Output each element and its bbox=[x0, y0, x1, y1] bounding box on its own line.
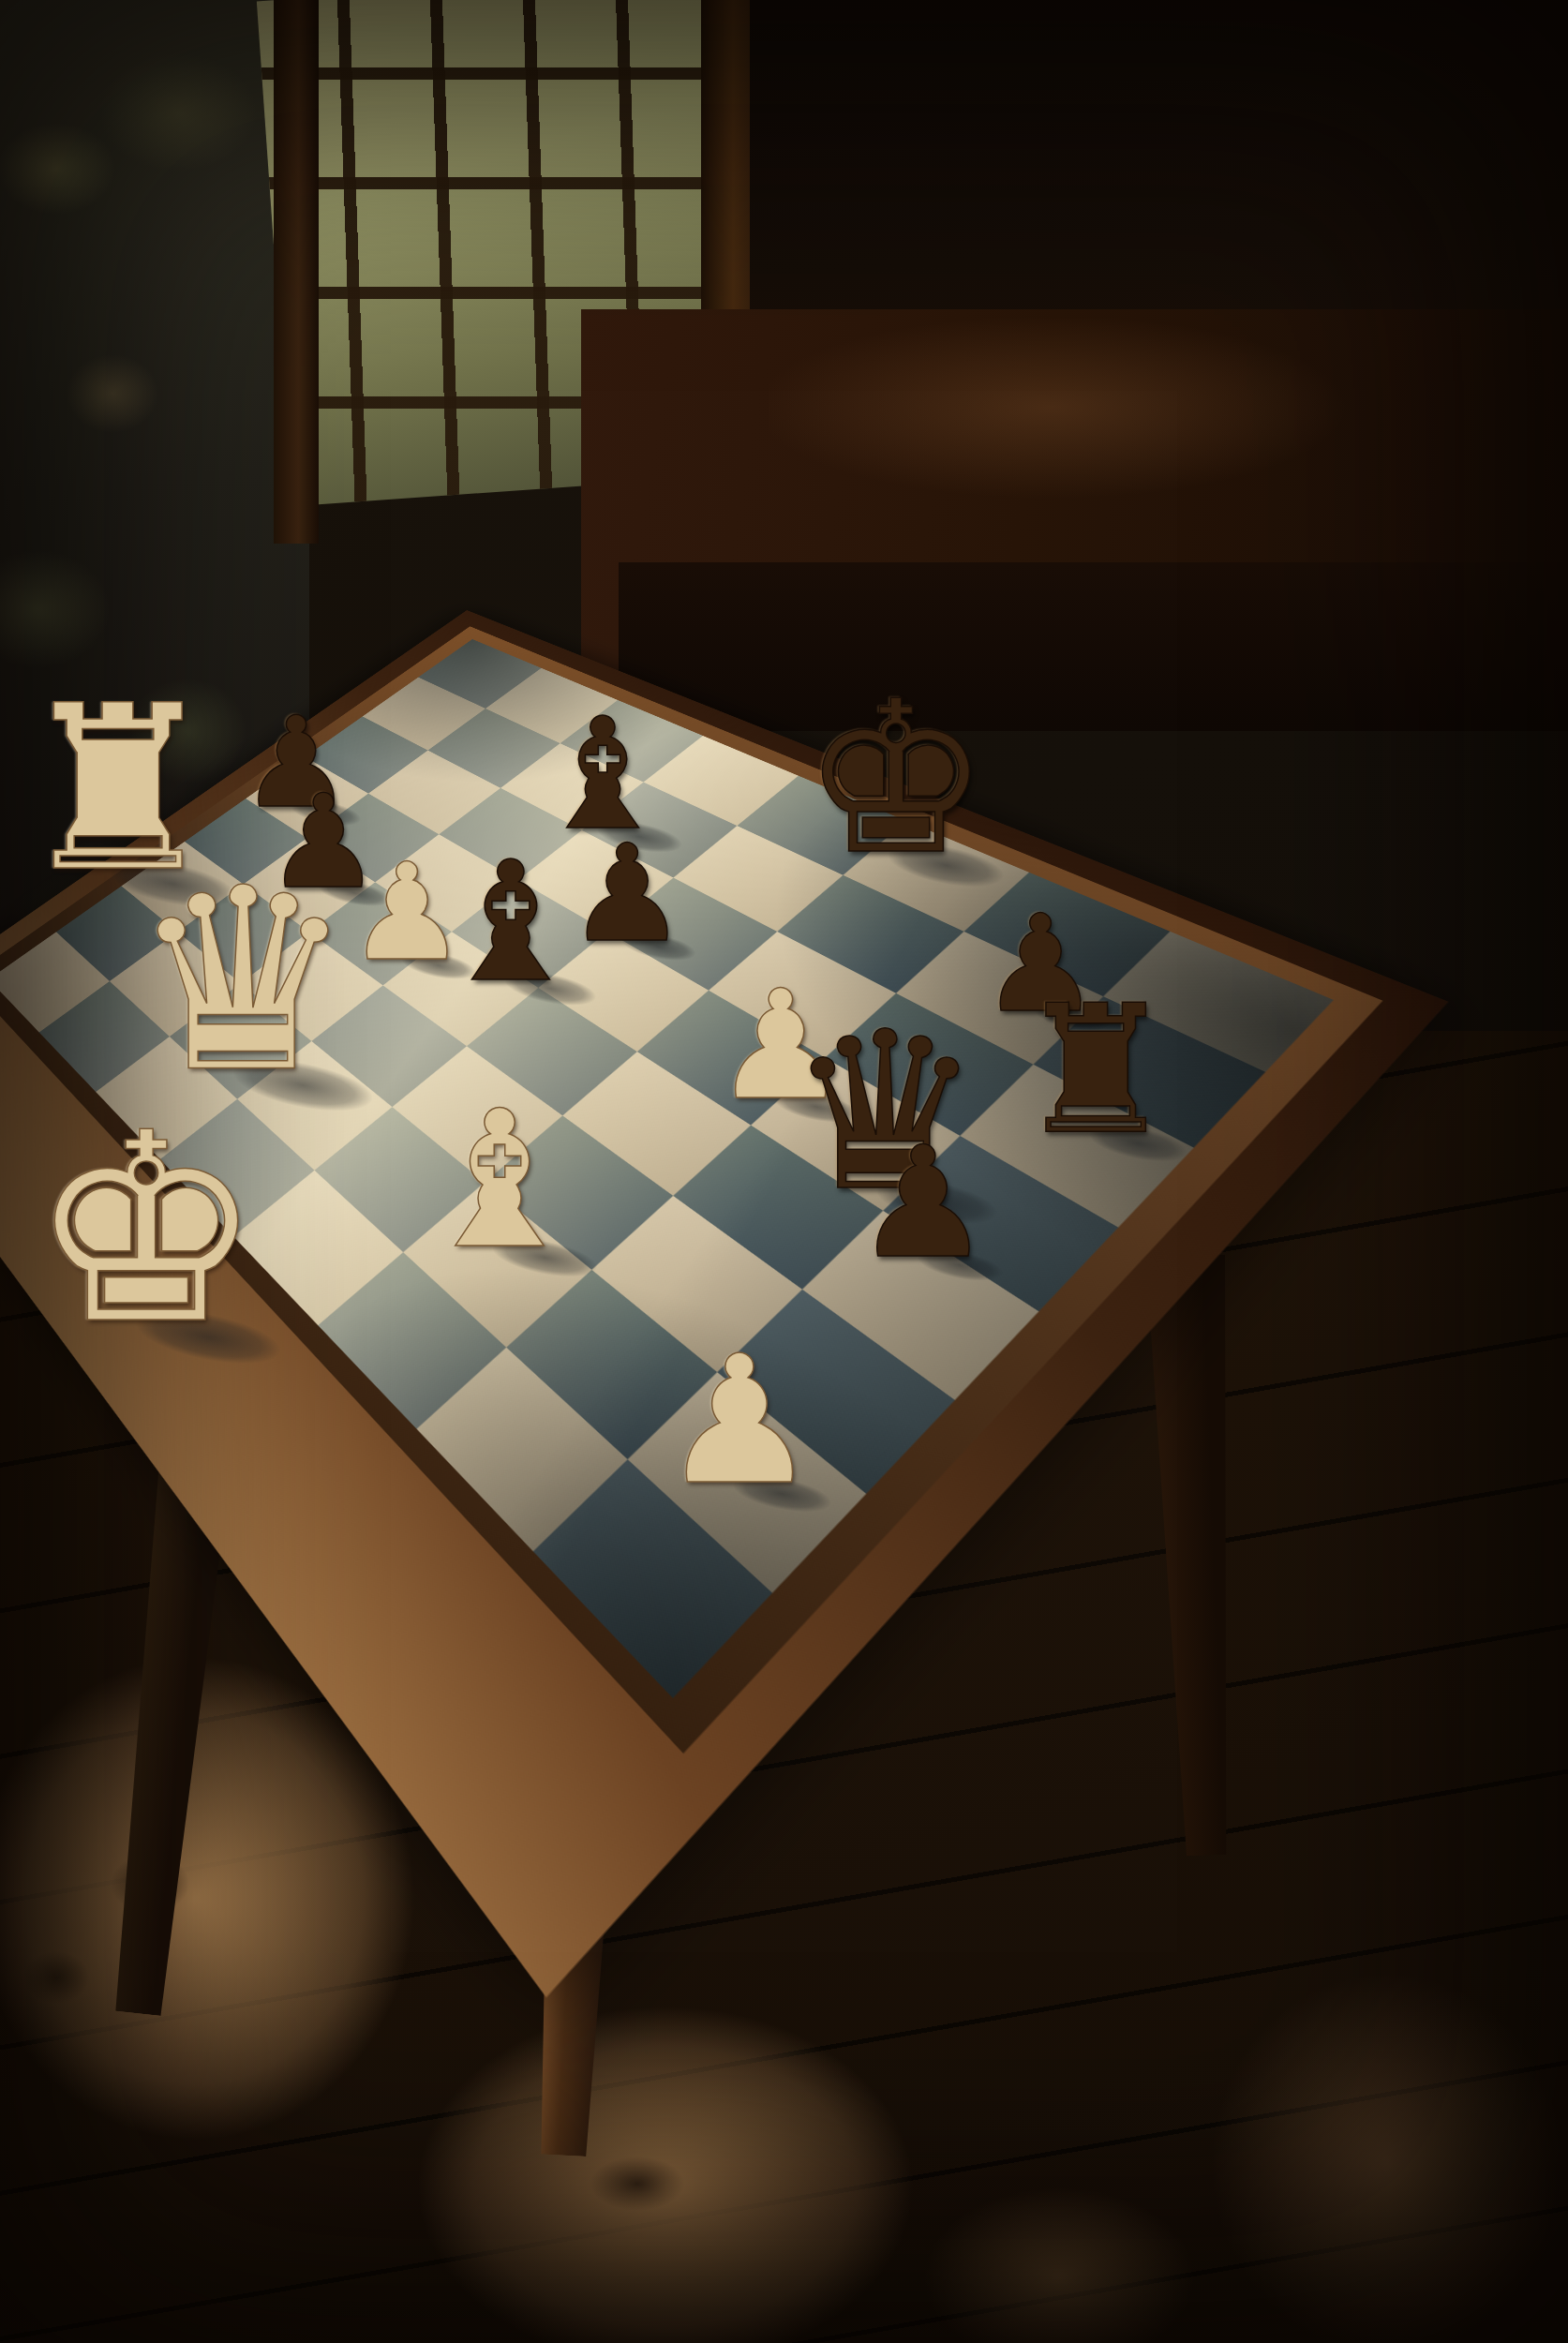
sunlight-patch bbox=[356, 1949, 975, 2343]
piece-white-pawn-h7[interactable]: ♟ bbox=[660, 1337, 818, 1506]
piece-black-bishop-e5[interactable]: ♝ bbox=[437, 843, 586, 1001]
bench-front-face bbox=[619, 562, 1568, 731]
piece-white-queen-d7[interactable]: ♛ bbox=[129, 860, 355, 1100]
piece-black-rook-h3[interactable]: ♜ bbox=[1016, 987, 1174, 1156]
piece-white-bishop-f7[interactable]: ♝ bbox=[414, 1091, 584, 1271]
bench-sheen bbox=[769, 319, 1568, 515]
shoji-frame-post bbox=[274, 0, 319, 544]
photo-canvas: ♟♝♚♜♟♟♟♝♟♛♟♜♛♝♟♚♟ bbox=[0, 0, 1568, 2343]
piece-white-king-d8[interactable]: ♚ bbox=[29, 1105, 263, 1353]
sunlight-patch bbox=[890, 2174, 1228, 2343]
piece-black-king-f1[interactable]: ♚ bbox=[802, 679, 991, 879]
piece-black-pawn-h5[interactable]: ♟ bbox=[854, 1130, 992, 1276]
